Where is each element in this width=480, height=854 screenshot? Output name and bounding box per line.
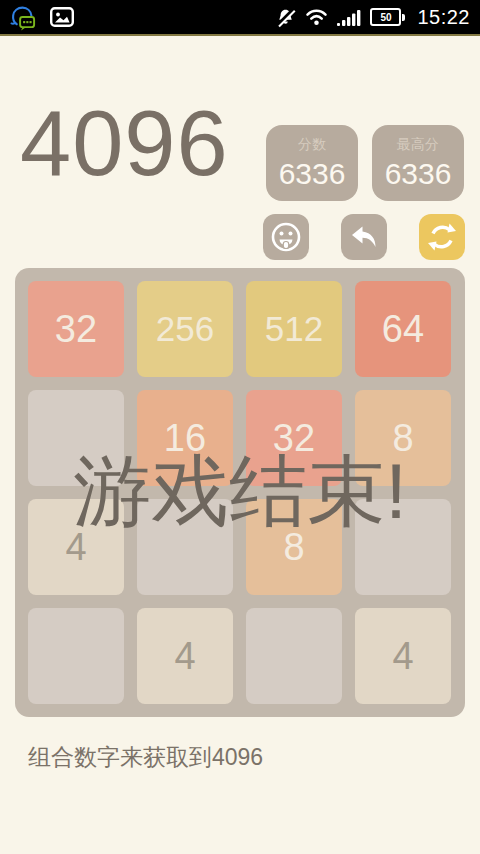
tile-4: 4 xyxy=(28,499,124,595)
app-screen: 50 15:22 4096 分数 6336 最高分 6336 xyxy=(0,0,480,854)
tile-8: 8 xyxy=(355,390,451,486)
score-value: 6336 xyxy=(279,157,346,191)
refresh-icon xyxy=(425,220,459,254)
smiley-tongue-icon xyxy=(269,220,303,254)
empty-cell xyxy=(28,608,124,704)
best-score-box: 最高分 6336 xyxy=(372,125,464,201)
chat-notification-icon xyxy=(10,4,37,31)
tile-32: 32 xyxy=(246,390,342,486)
tile-4: 4 xyxy=(355,608,451,704)
status-bar-notifications xyxy=(10,4,74,31)
mute-icon xyxy=(275,7,296,28)
statusbar-divider xyxy=(0,34,480,36)
tile-8: 8 xyxy=(246,499,342,595)
best-score-label: 最高分 xyxy=(397,136,439,154)
board-grid[interactable]: 3225651264163284844 xyxy=(15,268,465,717)
gallery-notification-icon xyxy=(50,7,74,27)
tile-16: 16 xyxy=(137,390,233,486)
tile-4: 4 xyxy=(137,608,233,704)
tile-256: 256 xyxy=(137,281,233,377)
empty-cell xyxy=(28,390,124,486)
toolbar xyxy=(263,214,465,260)
signal-icon xyxy=(337,9,361,26)
tile-64: 64 xyxy=(355,281,451,377)
score-box: 分数 6336 xyxy=(266,125,358,201)
tile-32: 32 xyxy=(28,281,124,377)
best-score-value: 6336 xyxy=(385,157,452,191)
hint-text: 组合数字来获取到4096 xyxy=(28,742,263,773)
status-bar-indicators: 50 15:22 xyxy=(275,6,470,29)
score-panel: 分数 6336 最高分 6336 xyxy=(266,125,464,201)
battery-icon: 50 xyxy=(370,8,405,26)
clock: 15:22 xyxy=(417,6,470,29)
app-title: 4096 xyxy=(20,97,229,189)
restart-button[interactable] xyxy=(419,214,465,260)
empty-cell xyxy=(137,499,233,595)
battery-level: 50 xyxy=(380,12,391,23)
empty-cell xyxy=(246,608,342,704)
wifi-icon xyxy=(305,8,328,26)
score-label: 分数 xyxy=(298,136,326,154)
undo-arrow-icon xyxy=(347,220,381,254)
empty-cell xyxy=(355,499,451,595)
mood-button[interactable] xyxy=(263,214,309,260)
tile-512: 512 xyxy=(246,281,342,377)
undo-button[interactable] xyxy=(341,214,387,260)
status-bar: 50 15:22 xyxy=(0,0,480,34)
